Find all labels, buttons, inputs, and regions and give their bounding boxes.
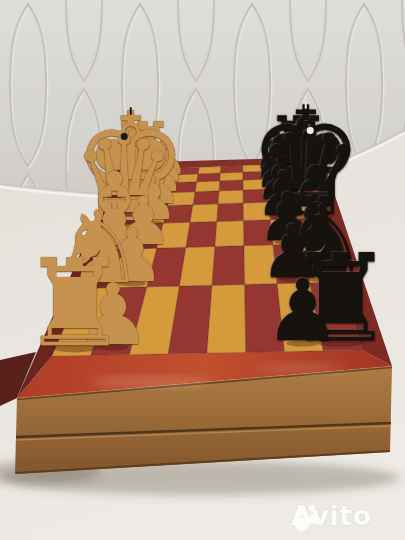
square-b4 (180, 246, 216, 286)
piece-shadow (266, 169, 286, 173)
square-e5 (218, 190, 243, 204)
square-f3 (171, 182, 197, 193)
square-b5 (212, 246, 245, 286)
square-d5 (217, 203, 244, 222)
piece-shadow (126, 181, 154, 186)
square-g5 (220, 172, 243, 181)
piece-shadow (95, 244, 134, 251)
square-c6 (244, 220, 274, 246)
piece-shadow (287, 185, 319, 191)
piece-shadow (52, 344, 98, 353)
piece-shadow (107, 202, 155, 211)
piece-shadow (287, 175, 315, 180)
piece-shadow (118, 281, 146, 286)
square-c4 (186, 221, 217, 247)
piece-shadow (275, 240, 300, 245)
square-g3 (174, 174, 198, 183)
scene-graphics (0, 0, 405, 540)
avito-watermark: Avito (291, 500, 372, 531)
square-e3 (168, 192, 195, 206)
piece-shadow (285, 168, 313, 173)
square-f4 (195, 181, 220, 192)
piece-shadow (306, 275, 344, 282)
square-b6 (244, 245, 277, 285)
piece-shadow (287, 340, 319, 346)
square-f5 (219, 180, 243, 191)
piece-shadow (270, 199, 292, 203)
piece-shadow (152, 181, 172, 185)
piece-shadow (131, 244, 156, 249)
square-g4 (197, 173, 221, 182)
piece-shadow (149, 191, 170, 195)
square-e6 (243, 189, 268, 203)
piece-shadow (81, 281, 119, 288)
square-h4 (198, 167, 221, 174)
square-d4 (190, 204, 218, 222)
piece-shadow (267, 177, 287, 181)
square-d3 (163, 205, 193, 223)
square-a5 (207, 284, 246, 353)
piece-shadow (297, 238, 336, 245)
square-h6 (243, 165, 265, 172)
piece-shadow (279, 277, 307, 282)
piece-shadow (97, 344, 129, 350)
piece-shadow (102, 219, 147, 228)
square-f6 (243, 179, 267, 190)
piece-shadow (272, 216, 295, 221)
square-h3 (176, 167, 200, 174)
square-g6 (243, 171, 266, 180)
piece-shadow (129, 174, 157, 179)
square-e4 (193, 191, 219, 205)
piece-shadow (268, 187, 289, 191)
chess-photo-scene[interactable]: ♜♟♟♜♞♟♟♞♝♟♟♝♚♟♟♚♛♟♟♛♝♟♟♝♞♟♟♞♜♟♟♜ Avito (0, 0, 405, 540)
square-c5 (215, 221, 244, 247)
piece-shadow (120, 191, 152, 197)
piece-shadow (155, 174, 175, 178)
square-h5 (221, 166, 243, 173)
square-d6 (243, 202, 270, 220)
piece-shadow (318, 338, 364, 347)
avito-logo-icon (291, 500, 327, 534)
